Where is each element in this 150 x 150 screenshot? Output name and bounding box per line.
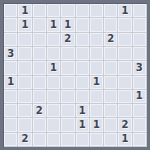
cell-r8c8[interactable] xyxy=(104,104,117,117)
cell-r5c6[interactable] xyxy=(76,61,89,74)
cell-r5c7[interactable] xyxy=(90,61,103,74)
cell-r10c5[interactable] xyxy=(61,133,74,146)
cell-r5c8[interactable] xyxy=(104,61,117,74)
cell-r9c9[interactable]: 2 xyxy=(118,118,131,131)
cell-r1c9[interactable]: 1 xyxy=(118,4,131,17)
cell-r9c4[interactable] xyxy=(47,118,60,131)
cell-r10c1[interactable] xyxy=(4,133,17,146)
cell-r4c5[interactable] xyxy=(61,47,74,60)
cell-r9c8[interactable] xyxy=(104,118,117,131)
cell-r6c10[interactable] xyxy=(133,76,146,89)
cell-r10c3[interactable] xyxy=(33,133,46,146)
cell-r5c5[interactable] xyxy=(61,61,74,74)
cell-r7c10[interactable]: 1 xyxy=(133,90,146,103)
cell-r10c4[interactable] xyxy=(47,133,60,146)
cell-r8c7[interactable] xyxy=(90,104,103,117)
cell-r1c10[interactable] xyxy=(133,4,146,17)
cell-r6c5[interactable] xyxy=(61,76,74,89)
cell-r2c7[interactable] xyxy=(90,18,103,31)
cell-r4c2[interactable] xyxy=(18,47,31,60)
cell-r8c9[interactable] xyxy=(118,104,131,117)
cell-r2c10[interactable] xyxy=(133,18,146,31)
cell-r1c2[interactable]: 1 xyxy=(18,4,31,17)
cell-r1c8[interactable] xyxy=(104,4,117,17)
cell-r4c3[interactable] xyxy=(33,47,46,60)
cell-r8c1[interactable] xyxy=(4,104,17,117)
cell-r3c4[interactable] xyxy=(47,33,60,46)
cell-r2c8[interactable] xyxy=(104,18,117,31)
cell-r5c10[interactable]: 3 xyxy=(133,61,146,74)
cell-r3c1[interactable] xyxy=(4,33,17,46)
cell-r6c3[interactable] xyxy=(33,76,46,89)
cell-r3c6[interactable] xyxy=(76,33,89,46)
cell-r7c9[interactable] xyxy=(118,90,131,103)
cell-r2c4[interactable]: 1 xyxy=(47,18,60,31)
cell-r3c8[interactable]: 2 xyxy=(104,33,117,46)
cell-r6c8[interactable] xyxy=(104,76,117,89)
cell-r2c1[interactable] xyxy=(4,18,17,31)
cell-r4c8[interactable] xyxy=(104,47,117,60)
cell-r2c2[interactable]: 1 xyxy=(18,18,31,31)
cell-r1c4[interactable] xyxy=(47,4,60,17)
cell-r9c6[interactable]: 1 xyxy=(76,118,89,131)
cell-r7c1[interactable] xyxy=(4,90,17,103)
cell-r9c10[interactable] xyxy=(133,118,146,131)
cell-r3c3[interactable] xyxy=(33,33,46,46)
cell-r10c6[interactable] xyxy=(76,133,89,146)
cell-r7c7[interactable] xyxy=(90,90,103,103)
cell-r1c1[interactable] xyxy=(4,4,17,17)
cell-r10c9[interactable]: 1 xyxy=(118,133,131,146)
cell-r2c9[interactable] xyxy=(118,18,131,31)
cell-r4c7[interactable] xyxy=(90,47,103,60)
cell-r1c7[interactable] xyxy=(90,4,103,17)
cell-r6c7[interactable]: 1 xyxy=(90,76,103,89)
cell-r4c6[interactable] xyxy=(76,47,89,60)
cell-r10c10[interactable] xyxy=(133,133,146,146)
cell-r3c9[interactable] xyxy=(118,33,131,46)
cell-r7c6[interactable] xyxy=(76,90,89,103)
cell-r1c3[interactable] xyxy=(33,4,46,17)
cell-r7c3[interactable] xyxy=(33,90,46,103)
cell-r5c3[interactable] xyxy=(33,61,46,74)
cell-r8c6[interactable]: 1 xyxy=(76,104,89,117)
cell-r5c2[interactable] xyxy=(18,61,31,74)
cell-r3c10[interactable] xyxy=(133,33,146,46)
cell-r3c7[interactable] xyxy=(90,33,103,46)
cell-r7c2[interactable] xyxy=(18,90,31,103)
cell-r5c1[interactable] xyxy=(4,61,17,74)
cell-r7c4[interactable] xyxy=(47,90,60,103)
cell-r8c2[interactable] xyxy=(18,104,31,117)
cell-r6c4[interactable] xyxy=(47,76,60,89)
cell-r1c5[interactable] xyxy=(61,4,74,17)
cell-r7c5[interactable] xyxy=(61,90,74,103)
cell-r8c10[interactable] xyxy=(133,104,146,117)
cell-r2c3[interactable] xyxy=(33,18,46,31)
cell-r7c8[interactable] xyxy=(104,90,117,103)
cell-r5c9[interactable] xyxy=(118,61,131,74)
cell-r4c1[interactable]: 3 xyxy=(4,47,17,60)
cell-r3c2[interactable] xyxy=(18,33,31,46)
cell-r10c2[interactable]: 2 xyxy=(18,133,31,146)
cell-r8c4[interactable] xyxy=(47,104,60,117)
cell-r2c6[interactable] xyxy=(76,18,89,31)
cell-r10c8[interactable] xyxy=(104,133,117,146)
cell-r4c4[interactable] xyxy=(47,47,60,60)
cell-r9c1[interactable] xyxy=(4,118,17,131)
cell-r9c5[interactable] xyxy=(61,118,74,131)
cell-r4c9[interactable] xyxy=(118,47,131,60)
cell-r6c6[interactable] xyxy=(76,76,89,89)
cell-r9c7[interactable]: 1 xyxy=(90,118,103,131)
cell-r10c7[interactable] xyxy=(90,133,103,146)
cell-r5c4[interactable]: 1 xyxy=(47,61,60,74)
puzzle-board: 11111223131112111221 xyxy=(0,0,150,150)
cell-r1c6[interactable] xyxy=(76,4,89,17)
cell-r8c5[interactable] xyxy=(61,104,74,117)
cell-r9c3[interactable] xyxy=(33,118,46,131)
cell-r8c3[interactable]: 2 xyxy=(33,104,46,117)
cell-r4c10[interactable] xyxy=(133,47,146,60)
cell-r6c1[interactable]: 1 xyxy=(4,76,17,89)
cell-r6c2[interactable] xyxy=(18,76,31,89)
cell-r3c5[interactable]: 2 xyxy=(61,33,74,46)
cell-r2c5[interactable]: 1 xyxy=(61,18,74,31)
cell-r6c9[interactable] xyxy=(118,76,131,89)
cell-r9c2[interactable] xyxy=(18,118,31,131)
